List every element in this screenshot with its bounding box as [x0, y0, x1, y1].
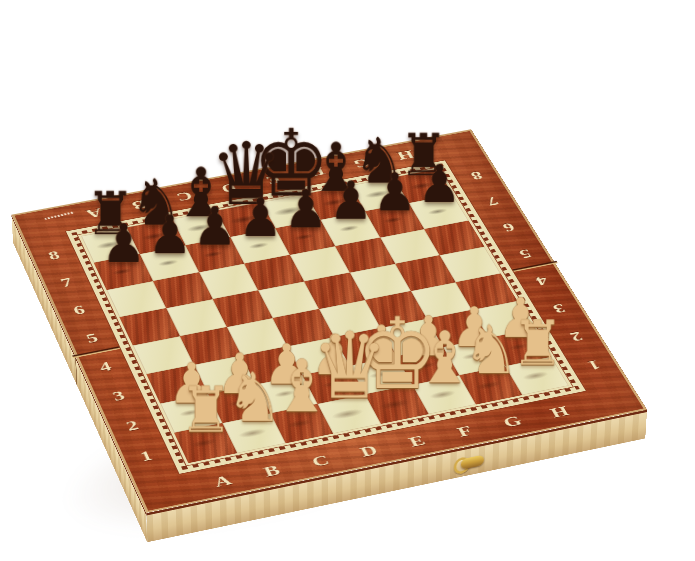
- white-rook-glyph: ♜: [140, 378, 272, 441]
- black-pawn-glyph: ♟: [61, 217, 186, 270]
- brass-clasp: [454, 449, 486, 475]
- hinge-gap: [75, 358, 77, 387]
- scene: AABBCCDDEEFFGGHH1122334455667788 ♜♞♝♛♚♝♞…: [0, 0, 695, 561]
